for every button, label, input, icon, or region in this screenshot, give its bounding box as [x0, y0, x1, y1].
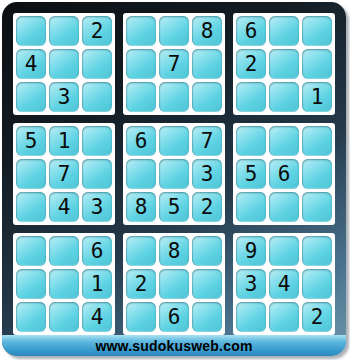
sudoku-box-6: 56 [233, 123, 335, 225]
cell-r4c5[interactable] [159, 126, 189, 156]
cell-r1c8[interactable] [269, 16, 299, 46]
cell-r4c2[interactable]: 1 [49, 126, 79, 156]
cell-r8c1[interactable] [16, 269, 46, 299]
cell-r4c8[interactable] [269, 126, 299, 156]
cell-r2c8[interactable] [269, 49, 299, 79]
cell-r7c7[interactable]: 9 [236, 236, 266, 266]
cell-r3c7[interactable] [236, 82, 266, 112]
cell-r1c9[interactable] [302, 16, 332, 46]
sudoku-box-3: 621 [233, 13, 335, 115]
cell-r2c9[interactable] [302, 49, 332, 79]
cell-r9c8[interactable] [269, 302, 299, 332]
cell-r9c1[interactable] [16, 302, 46, 332]
sudoku-grid: 2438762151743673852566148269342 [13, 13, 335, 335]
cell-r7c2[interactable] [49, 236, 79, 266]
cell-r4c4[interactable]: 6 [126, 126, 156, 156]
cell-r8c2[interactable] [49, 269, 79, 299]
cell-r6c3[interactable]: 3 [82, 192, 112, 222]
cell-r2c3[interactable] [82, 49, 112, 79]
footer-banner: www.sudokusweb.com [2, 335, 346, 356]
cell-r2c2[interactable] [49, 49, 79, 79]
cell-r6c7[interactable] [236, 192, 266, 222]
cell-r6c4[interactable]: 8 [126, 192, 156, 222]
sudoku-box-2: 87 [123, 13, 225, 115]
cell-r7c1[interactable] [16, 236, 46, 266]
cell-r3c3[interactable] [82, 82, 112, 112]
cell-r9c7[interactable] [236, 302, 266, 332]
cell-r5c7[interactable]: 5 [236, 159, 266, 189]
sudoku-board: 2438762151743673852566148269342 www.sudo… [2, 2, 346, 356]
cell-r6c8[interactable] [269, 192, 299, 222]
cell-r1c3[interactable]: 2 [82, 16, 112, 46]
cell-r8c8[interactable]: 4 [269, 269, 299, 299]
cell-r7c4[interactable] [126, 236, 156, 266]
cell-r3c8[interactable] [269, 82, 299, 112]
cell-r8c7[interactable]: 3 [236, 269, 266, 299]
sudoku-box-8: 826 [123, 233, 225, 335]
cell-r3c6[interactable] [192, 82, 222, 112]
cell-r5c8[interactable]: 6 [269, 159, 299, 189]
cell-r5c5[interactable] [159, 159, 189, 189]
sudoku-box-9: 9342 [233, 233, 335, 335]
cell-r5c3[interactable] [82, 159, 112, 189]
cell-r8c6[interactable] [192, 269, 222, 299]
cell-r6c1[interactable] [16, 192, 46, 222]
cell-r7c6[interactable] [192, 236, 222, 266]
cell-r7c3[interactable]: 6 [82, 236, 112, 266]
sudoku-box-1: 243 [13, 13, 115, 115]
cell-r5c1[interactable] [16, 159, 46, 189]
cell-r9c5[interactable]: 6 [159, 302, 189, 332]
cell-r5c2[interactable]: 7 [49, 159, 79, 189]
cell-r1c1[interactable] [16, 16, 46, 46]
cell-r8c4[interactable]: 2 [126, 269, 156, 299]
cell-r5c9[interactable] [302, 159, 332, 189]
cell-r1c6[interactable]: 8 [192, 16, 222, 46]
cell-r8c3[interactable]: 1 [82, 269, 112, 299]
cell-r7c9[interactable] [302, 236, 332, 266]
cell-r9c9[interactable]: 2 [302, 302, 332, 332]
cell-r8c5[interactable] [159, 269, 189, 299]
cell-r2c4[interactable] [126, 49, 156, 79]
sudoku-box-4: 51743 [13, 123, 115, 225]
sudoku-box-5: 673852 [123, 123, 225, 225]
cell-r6c5[interactable]: 5 [159, 192, 189, 222]
cell-r9c6[interactable] [192, 302, 222, 332]
cell-r5c4[interactable] [126, 159, 156, 189]
cell-r4c3[interactable] [82, 126, 112, 156]
sudoku-box-7: 614 [13, 233, 115, 335]
cell-r3c5[interactable] [159, 82, 189, 112]
cell-r7c8[interactable] [269, 236, 299, 266]
cell-r7c5[interactable]: 8 [159, 236, 189, 266]
sudoku-page: 2438762151743673852566148269342 www.sudo… [0, 0, 350, 360]
cell-r2c1[interactable]: 4 [16, 49, 46, 79]
cell-r4c1[interactable]: 5 [16, 126, 46, 156]
cell-r1c7[interactable]: 6 [236, 16, 266, 46]
cell-r9c2[interactable] [49, 302, 79, 332]
cell-r5c6[interactable]: 3 [192, 159, 222, 189]
cell-r3c2[interactable]: 3 [49, 82, 79, 112]
site-url-link[interactable]: www.sudokusweb.com [95, 338, 252, 354]
cell-r6c2[interactable]: 4 [49, 192, 79, 222]
cell-r9c4[interactable] [126, 302, 156, 332]
cell-r8c9[interactable] [302, 269, 332, 299]
cell-r4c6[interactable]: 7 [192, 126, 222, 156]
cell-r1c5[interactable] [159, 16, 189, 46]
cell-r2c6[interactable] [192, 49, 222, 79]
cell-r1c2[interactable] [49, 16, 79, 46]
cell-r4c9[interactable] [302, 126, 332, 156]
cell-r4c7[interactable] [236, 126, 266, 156]
cell-r3c1[interactable] [16, 82, 46, 112]
cell-r6c9[interactable] [302, 192, 332, 222]
cell-r3c4[interactable] [126, 82, 156, 112]
cell-r9c3[interactable]: 4 [82, 302, 112, 332]
cell-r2c5[interactable]: 7 [159, 49, 189, 79]
cell-r3c9[interactable]: 1 [302, 82, 332, 112]
cell-r1c4[interactable] [126, 16, 156, 46]
cell-r6c6[interactable]: 2 [192, 192, 222, 222]
cell-r2c7[interactable]: 2 [236, 49, 266, 79]
